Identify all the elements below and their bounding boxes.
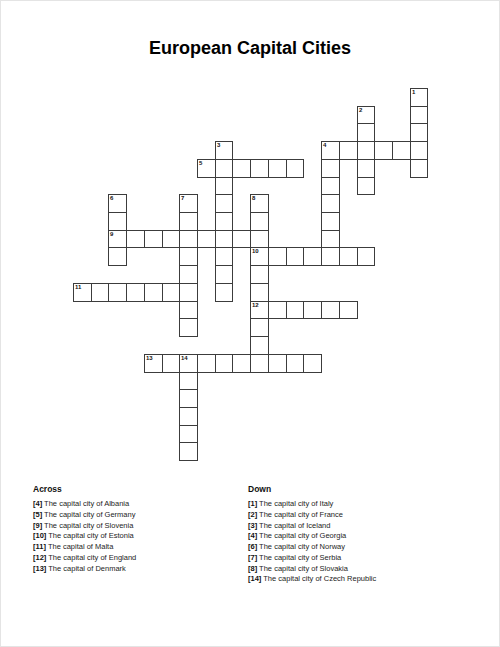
clue-item-text: The capital city of Slovenia xyxy=(42,521,133,530)
clue-item-number: [14] xyxy=(248,574,261,583)
grid-cell[interactable] xyxy=(215,194,233,213)
grid-cell[interactable] xyxy=(179,318,198,337)
grid-cell[interactable] xyxy=(321,230,340,248)
clue-item-text: The capital of Iceland xyxy=(257,521,330,530)
clue-item: [14] The capital city of Czech Republic xyxy=(248,574,376,585)
clue-item: [8] The capital city of Slovakia xyxy=(248,564,376,575)
clue-number: 14 xyxy=(181,355,188,362)
grid-cell[interactable] xyxy=(108,283,127,302)
grid-cell[interactable] xyxy=(392,141,411,160)
grid-cell[interactable] xyxy=(357,141,375,160)
grid-cell[interactable] xyxy=(321,301,340,319)
clue-item-text: The capital of Malta xyxy=(46,542,113,551)
grid-cell[interactable] xyxy=(357,177,375,195)
grid-cell[interactable] xyxy=(268,159,287,178)
clue-number: 3 xyxy=(217,142,220,149)
down-header: Down xyxy=(248,484,376,494)
grid-cell[interactable] xyxy=(162,354,180,373)
grid-cell[interactable] xyxy=(357,159,375,178)
grid-cell[interactable] xyxy=(108,247,127,266)
clue-number: 8 xyxy=(252,195,255,202)
across-clues-section: Across [4] The capital city of Albania[5… xyxy=(33,484,136,574)
grid-cell[interactable] xyxy=(339,301,358,319)
grid-cell[interactable] xyxy=(215,283,233,302)
clue-item-text: The capital city of England xyxy=(46,553,136,562)
clue-number: 10 xyxy=(252,248,259,255)
clue-item: [1] The capital city of Italy xyxy=(248,499,376,510)
grid-cell[interactable] xyxy=(179,425,198,443)
clue-item-number: [3] xyxy=(248,521,257,530)
grid-cell[interactable] xyxy=(357,247,375,266)
grid-cell[interactable] xyxy=(215,177,233,195)
clue-item-number: [6] xyxy=(248,542,257,551)
down-clue-list: [1] The capital city of Italy[2] The cap… xyxy=(248,499,376,585)
clue-number: 7 xyxy=(181,195,184,202)
clue-item-text: The capital city of Serbia xyxy=(257,553,341,562)
grid-cell[interactable] xyxy=(179,247,198,266)
grid-cell[interactable]: 14 xyxy=(179,354,198,373)
grid-cell[interactable] xyxy=(179,301,198,319)
down-clues-section: Down [1] The capital city of Italy[2] Th… xyxy=(248,484,376,585)
clue-item-number: [1] xyxy=(248,499,257,508)
grid-cell[interactable] xyxy=(268,247,287,266)
clue-number: 5 xyxy=(199,160,202,167)
grid-cell[interactable] xyxy=(250,283,269,302)
grid-cell[interactable] xyxy=(232,159,251,178)
clue-item: [6] The capital city of Norway xyxy=(248,542,376,553)
clue-item-number: [9] xyxy=(33,521,42,530)
grid-cell[interactable]: 7 xyxy=(179,194,198,213)
puzzle-title: European Capital Cities xyxy=(0,38,500,59)
grid-cell[interactable] xyxy=(197,354,216,373)
clue-number: 1 xyxy=(412,89,415,96)
clue-item-number: [8] xyxy=(248,564,257,573)
grid-cell[interactable] xyxy=(303,247,322,266)
grid-cell[interactable] xyxy=(179,283,198,302)
grid-cell[interactable] xyxy=(410,106,428,124)
clue-number: 4 xyxy=(323,142,326,149)
clue-number: 13 xyxy=(146,355,153,362)
grid-cell[interactable] xyxy=(286,301,304,319)
grid-cell[interactable]: 5 xyxy=(197,159,216,178)
grid-cell[interactable] xyxy=(303,354,322,373)
clue-item-number: [11] xyxy=(33,542,46,551)
grid-cell[interactable] xyxy=(286,247,304,266)
grid-cell[interactable] xyxy=(303,301,322,319)
clue-item-text: The capital of Denmark xyxy=(46,564,125,573)
clue-item: [9] The capital city of Slovenia xyxy=(33,521,136,532)
grid-cell[interactable]: 1 xyxy=(410,88,428,107)
clue-item: [4] The capital city of Georgia xyxy=(248,531,376,542)
grid-cell[interactable] xyxy=(410,159,428,178)
clue-item-number: [5] xyxy=(33,510,42,519)
clue-item: [4] The capital city of Albania xyxy=(33,499,136,510)
grid-cell[interactable] xyxy=(357,123,375,142)
clue-item-text: The capital city of Norway xyxy=(257,542,345,551)
clue-item-number: [2] xyxy=(248,510,257,519)
clue-number: 6 xyxy=(110,195,113,202)
crossword-page: European Capital Cities 1234567891011121… xyxy=(0,0,500,647)
clue-item-number: [4] xyxy=(248,531,257,540)
grid-cell[interactable]: 2 xyxy=(357,106,375,124)
clue-item-text: The capital city of Italy xyxy=(257,499,333,508)
clue-item-text: The capital city of Albania xyxy=(42,499,129,508)
grid-cell[interactable]: 8 xyxy=(250,194,269,213)
grid-cell[interactable] xyxy=(215,247,233,266)
clue-item-number: [10] xyxy=(33,531,46,540)
grid-cell[interactable] xyxy=(162,283,180,302)
clue-item: [11] The capital of Malta xyxy=(33,542,136,553)
clue-item-text: The capital city of Estonia xyxy=(46,531,133,540)
grid-cell[interactable] xyxy=(197,230,216,248)
grid-cell[interactable]: 3 xyxy=(215,141,233,160)
grid-cell[interactable] xyxy=(126,230,145,248)
grid-cell[interactable] xyxy=(250,318,269,337)
grid-cell[interactable]: 13 xyxy=(144,354,163,373)
grid-cell[interactable]: 6 xyxy=(108,194,127,213)
clue-item: [10] The capital city of Estonia xyxy=(33,531,136,542)
grid-cell[interactable] xyxy=(215,159,233,178)
grid-cell[interactable] xyxy=(250,230,269,248)
grid-cell[interactable] xyxy=(321,159,340,178)
clue-item-text: The capital city of France xyxy=(257,510,343,519)
grid-cell[interactable] xyxy=(268,354,287,373)
grid-cell[interactable] xyxy=(321,194,340,213)
clue-item: [7] The capital city of Serbia xyxy=(248,553,376,564)
across-header: Across xyxy=(33,484,136,494)
grid-cell[interactable] xyxy=(179,265,198,284)
clue-item: [12] The capital city of England xyxy=(33,553,136,564)
clue-item: [3] The capital of Iceland xyxy=(248,521,376,532)
grid-cell[interactable] xyxy=(215,230,233,248)
clue-number: 2 xyxy=(359,107,362,114)
grid-cell[interactable] xyxy=(91,283,109,302)
grid-cell[interactable] xyxy=(268,301,287,319)
grid-cell[interactable] xyxy=(250,354,269,373)
grid-cell[interactable]: 12 xyxy=(250,301,269,319)
clue-number: 9 xyxy=(110,231,113,238)
grid-cell[interactable] xyxy=(179,442,198,461)
grid-cell[interactable] xyxy=(321,177,340,195)
grid-cell[interactable] xyxy=(410,123,428,142)
grid-cell[interactable] xyxy=(250,336,269,355)
grid-cell[interactable]: 10 xyxy=(250,247,269,266)
clue-item-text: The capital city of Czech Republic xyxy=(261,574,376,583)
grid-cell[interactable]: 9 xyxy=(108,230,127,248)
crossword-grid: 1234567891011121314 xyxy=(73,88,429,462)
grid-cell[interactable] xyxy=(250,159,269,178)
clue-number: 11 xyxy=(75,284,81,291)
clue-item: [5] The capital city of Germany xyxy=(33,510,136,521)
grid-cell[interactable]: 11 xyxy=(73,283,92,302)
grid-cell[interactable] xyxy=(215,212,233,231)
clue-number: 12 xyxy=(252,302,259,309)
grid-cell[interactable] xyxy=(374,141,393,160)
grid-cell[interactable] xyxy=(339,247,358,266)
across-clue-list: [4] The capital city of Albania[5] The c… xyxy=(33,499,136,574)
clue-item-text: The capital city of Georgia xyxy=(257,531,346,540)
grid-cell[interactable] xyxy=(179,389,198,408)
clue-item: [13] The capital of Denmark xyxy=(33,564,136,575)
grid-cell[interactable] xyxy=(144,283,163,302)
grid-cell[interactable]: 4 xyxy=(321,141,340,160)
grid-cell[interactable] xyxy=(179,372,198,390)
clue-item-number: [7] xyxy=(248,553,257,562)
grid-cell[interactable] xyxy=(162,230,180,248)
grid-cell[interactable] xyxy=(250,212,269,231)
grid-cell[interactable] xyxy=(321,247,340,266)
clue-item-number: [13] xyxy=(33,564,46,573)
grid-cell[interactable] xyxy=(179,407,198,426)
grid-cell[interactable] xyxy=(286,354,304,373)
grid-cell[interactable] xyxy=(286,159,304,178)
grid-cell[interactable] xyxy=(232,230,251,248)
grid-cell[interactable] xyxy=(250,265,269,284)
clue-item-number: [4] xyxy=(33,499,42,508)
grid-cell[interactable] xyxy=(410,141,428,160)
grid-cell[interactable] xyxy=(126,283,145,302)
grid-cell[interactable] xyxy=(179,212,198,231)
grid-cell[interactable] xyxy=(215,354,233,373)
grid-cell[interactable] xyxy=(144,230,163,248)
clue-item-number: [12] xyxy=(33,553,46,562)
grid-cell[interactable] xyxy=(339,141,358,160)
grid-cell[interactable] xyxy=(215,265,233,284)
clue-item-text: The capital city of Slovakia xyxy=(257,564,348,573)
grid-cell[interactable] xyxy=(179,230,198,248)
clue-item: [2] The capital city of France xyxy=(248,510,376,521)
grid-cell[interactable] xyxy=(321,212,340,231)
grid-cell[interactable] xyxy=(108,212,127,231)
clue-item-text: The capital city of Germany xyxy=(42,510,135,519)
grid-cell[interactable] xyxy=(232,354,251,373)
